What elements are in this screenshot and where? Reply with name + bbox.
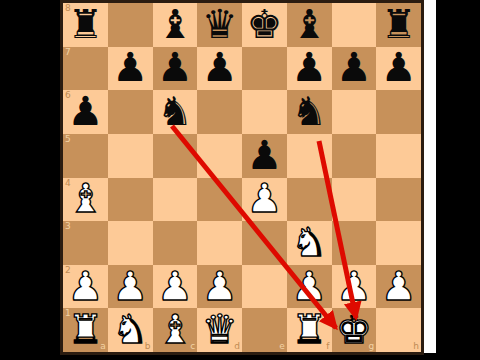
square-f8: ♝ — [287, 3, 332, 47]
piece-white-bishop-a4: ♝ — [67, 178, 103, 218]
square-g1: g♚ — [332, 308, 377, 352]
square-f2: ♟ — [287, 265, 332, 309]
piece-white-pawn-g2: ♟ — [336, 266, 372, 306]
square-a7: 7 — [63, 47, 108, 91]
side-strip — [424, 0, 436, 353]
square-b6 — [108, 90, 153, 134]
square-e7 — [242, 47, 287, 91]
square-b4 — [108, 178, 153, 222]
square-e4: ♟ — [242, 178, 287, 222]
square-h7: ♟ — [376, 47, 421, 91]
square-b3 — [108, 221, 153, 265]
square-c8: ♝ — [153, 3, 198, 47]
square-a1: 1a♜ — [63, 308, 108, 352]
square-f6: ♞ — [287, 90, 332, 134]
piece-black-knight-f6: ♞ — [291, 91, 327, 131]
piece-black-queen-d8: ♛ — [202, 4, 238, 44]
square-e1: e — [242, 308, 287, 352]
rank-label-5: 5 — [65, 135, 71, 144]
square-f5 — [287, 134, 332, 178]
square-h2: ♟ — [376, 265, 421, 309]
rank-label-3: 3 — [65, 222, 71, 231]
square-c2: ♟ — [153, 265, 198, 309]
square-g8 — [332, 3, 377, 47]
piece-black-pawn-f7: ♟ — [291, 47, 327, 87]
piece-white-rook-a1: ♜ — [67, 309, 103, 349]
square-d2: ♟ — [197, 265, 242, 309]
file-label-e: e — [279, 342, 285, 351]
piece-black-pawn-h7: ♟ — [381, 47, 417, 87]
piece-black-king-e8: ♚ — [246, 4, 282, 44]
square-b1: b♞ — [108, 308, 153, 352]
square-c1: c♝ — [153, 308, 198, 352]
piece-black-knight-c6: ♞ — [157, 91, 193, 131]
square-h3 — [376, 221, 421, 265]
piece-white-pawn-a2: ♟ — [67, 266, 103, 306]
square-c7: ♟ — [153, 47, 198, 91]
square-f1: f♜ — [287, 308, 332, 352]
square-g2: ♟ — [332, 265, 377, 309]
square-a5: 5 — [63, 134, 108, 178]
piece-white-bishop-c1: ♝ — [157, 309, 193, 349]
square-g7: ♟ — [332, 47, 377, 91]
piece-black-rook-a8: ♜ — [67, 4, 103, 44]
square-d8: ♛ — [197, 3, 242, 47]
video-frame: 8♜♝♛♚♝♜7♟♟♟♟♟♟6♟♞♞5♟4♝♟3♞2♟♟♟♟♟♟♟1a♜b♞c♝… — [0, 0, 480, 360]
rank-label-7: 7 — [65, 48, 71, 57]
square-b5 — [108, 134, 153, 178]
square-h4 — [376, 178, 421, 222]
square-c4 — [153, 178, 198, 222]
square-a4: 4♝ — [63, 178, 108, 222]
piece-white-queen-d1: ♛ — [202, 309, 238, 349]
square-e2 — [242, 265, 287, 309]
square-f7: ♟ — [287, 47, 332, 91]
square-d6 — [197, 90, 242, 134]
file-label-h: h — [413, 342, 419, 351]
chess-board: 8♜♝♛♚♝♜7♟♟♟♟♟♟6♟♞♞5♟4♝♟3♞2♟♟♟♟♟♟♟1a♜b♞c♝… — [60, 0, 424, 355]
piece-white-knight-f3: ♞ — [291, 222, 327, 262]
square-d1: d♛ — [197, 308, 242, 352]
piece-white-pawn-h2: ♟ — [381, 266, 417, 306]
square-h6 — [376, 90, 421, 134]
piece-black-bishop-f8: ♝ — [291, 4, 327, 44]
piece-black-pawn-e5: ♟ — [246, 135, 282, 175]
square-g4 — [332, 178, 377, 222]
piece-white-pawn-f2: ♟ — [291, 266, 327, 306]
square-e5: ♟ — [242, 134, 287, 178]
square-g5 — [332, 134, 377, 178]
piece-white-pawn-c2: ♟ — [157, 266, 193, 306]
square-c6: ♞ — [153, 90, 198, 134]
piece-white-pawn-e4: ♟ — [246, 178, 282, 218]
square-d5 — [197, 134, 242, 178]
piece-black-pawn-g7: ♟ — [336, 47, 372, 87]
square-h5 — [376, 134, 421, 178]
piece-black-bishop-c8: ♝ — [157, 4, 193, 44]
square-e8: ♚ — [242, 3, 287, 47]
piece-white-rook-f1: ♜ — [291, 309, 327, 349]
square-d3 — [197, 221, 242, 265]
square-f3: ♞ — [287, 221, 332, 265]
piece-black-pawn-c7: ♟ — [157, 47, 193, 87]
square-d7: ♟ — [197, 47, 242, 91]
square-b2: ♟ — [108, 265, 153, 309]
square-a3: 3 — [63, 221, 108, 265]
square-c5 — [153, 134, 198, 178]
piece-black-pawn-b7: ♟ — [112, 47, 148, 87]
square-c3 — [153, 221, 198, 265]
piece-black-pawn-a6: ♟ — [67, 91, 103, 131]
piece-white-pawn-d2: ♟ — [202, 266, 238, 306]
square-e3 — [242, 221, 287, 265]
square-a2: 2♟ — [63, 265, 108, 309]
piece-white-pawn-b2: ♟ — [112, 266, 148, 306]
square-h1: h — [376, 308, 421, 352]
square-b8 — [108, 3, 153, 47]
square-b7: ♟ — [108, 47, 153, 91]
square-a6: 6♟ — [63, 90, 108, 134]
piece-white-knight-b1: ♞ — [112, 309, 148, 349]
square-f4 — [287, 178, 332, 222]
square-e6 — [242, 90, 287, 134]
square-a8: 8♜ — [63, 3, 108, 47]
piece-black-pawn-d7: ♟ — [202, 47, 238, 87]
piece-white-king-g1: ♚ — [336, 309, 372, 349]
square-g6 — [332, 90, 377, 134]
square-h8: ♜ — [376, 3, 421, 47]
square-d4 — [197, 178, 242, 222]
piece-black-rook-h8: ♜ — [381, 4, 417, 44]
square-g3 — [332, 221, 377, 265]
